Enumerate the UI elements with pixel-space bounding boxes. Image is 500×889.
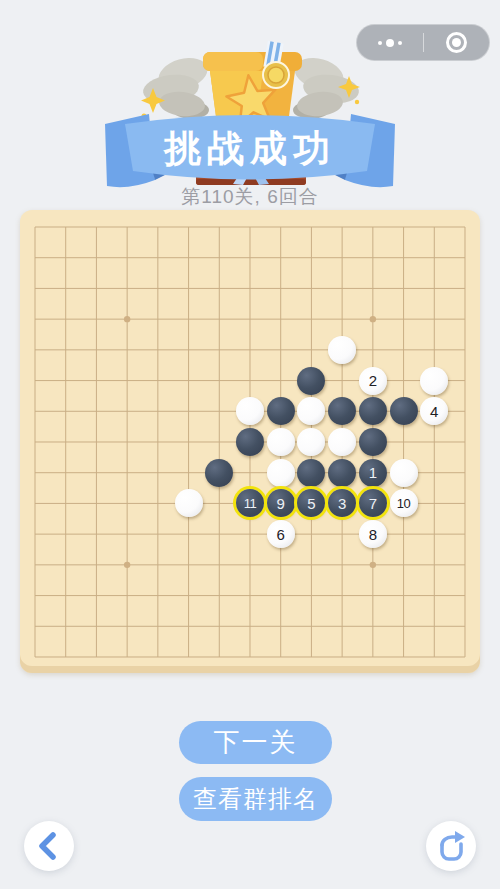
victory-banner: 挑战成功	[95, 28, 405, 196]
move-number: 7	[369, 496, 377, 511]
move-number: 2	[369, 373, 377, 388]
stone-black	[359, 397, 387, 425]
move-number: 9	[277, 496, 285, 511]
stone-white-move-2: 2	[359, 367, 387, 395]
gomoku-board[interactable]: 2411195371068	[20, 210, 480, 673]
stone-white-move-10: 10	[390, 489, 418, 517]
move-number: 4	[430, 404, 438, 419]
stone-white-move-8: 8	[359, 520, 387, 548]
stone-black	[359, 428, 387, 456]
move-number: 8	[369, 527, 377, 542]
stone-white	[390, 459, 418, 487]
move-number: 1	[369, 465, 377, 480]
app-screen: 挑战成功 第110关, 6回合 2411195371068 下一关 查看群排名	[0, 0, 500, 889]
stone-white-move-6: 6	[267, 520, 295, 548]
chevron-left-icon	[24, 821, 74, 871]
stone-white	[267, 428, 295, 456]
stone-black	[390, 397, 418, 425]
next-level-button[interactable]: 下一关	[179, 721, 332, 764]
stone-black-move-1: 1	[359, 459, 387, 487]
move-number: 3	[338, 496, 346, 511]
stone-white	[420, 367, 448, 395]
move-number: 10	[397, 497, 410, 510]
stone-black	[236, 428, 264, 456]
stone-black	[267, 397, 295, 425]
level-info: 第110关, 6回合	[0, 184, 500, 210]
stone-white	[328, 428, 356, 456]
stone-black	[328, 459, 356, 487]
move-number: 11	[244, 497, 257, 510]
group-ranking-button[interactable]: 查看群排名	[179, 777, 332, 821]
bullseye-exit-icon	[446, 32, 467, 53]
stone-white	[175, 489, 203, 517]
stone-white	[267, 459, 295, 487]
back-button[interactable]	[24, 821, 74, 871]
stone-black	[205, 459, 233, 487]
banner-title: 挑战成功	[163, 128, 336, 169]
stone-black	[297, 367, 325, 395]
move-number: 6	[277, 527, 285, 542]
move-number: 5	[307, 496, 315, 511]
stone-white	[328, 336, 356, 364]
stone-black	[297, 459, 325, 487]
stone-black-move-9: 9	[267, 489, 295, 517]
share-forward-icon	[426, 821, 476, 871]
share-button[interactable]	[426, 821, 476, 871]
exit-button[interactable]	[424, 25, 490, 60]
